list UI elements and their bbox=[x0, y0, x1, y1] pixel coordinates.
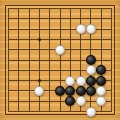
white-stone[interactable] bbox=[76, 76, 86, 86]
black-stone[interactable] bbox=[76, 86, 86, 96]
black-stone[interactable] bbox=[86, 55, 96, 65]
go-board[interactable] bbox=[0, 0, 120, 120]
grid-line-horizontal bbox=[8, 60, 112, 61]
white-stone[interactable] bbox=[86, 24, 96, 34]
white-stone[interactable] bbox=[76, 24, 86, 34]
black-stone[interactable] bbox=[86, 86, 96, 96]
white-stone[interactable] bbox=[86, 107, 96, 117]
black-stone[interactable] bbox=[96, 76, 106, 86]
grid-line-vertical bbox=[111, 8, 112, 112]
white-stone[interactable] bbox=[65, 76, 75, 86]
white-stone[interactable] bbox=[76, 96, 86, 106]
black-stone[interactable] bbox=[86, 76, 96, 86]
black-stone[interactable] bbox=[55, 86, 65, 96]
grid-line-horizontal bbox=[8, 111, 112, 112]
star-point bbox=[38, 38, 41, 41]
white-stone[interactable] bbox=[55, 45, 65, 55]
